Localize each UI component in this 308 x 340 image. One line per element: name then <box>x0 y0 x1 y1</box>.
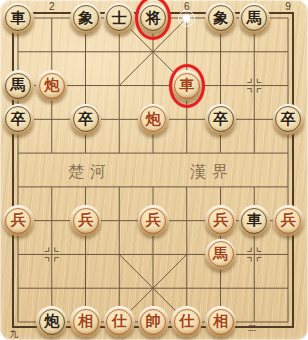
file-label-bottom: 九 <box>10 328 19 340</box>
piece-glyph: 兵 <box>273 205 304 236</box>
piece-glyph: 馬 <box>205 239 236 270</box>
xiangqi-board[interactable]: 楚河 漢界 269九二一 車象士将象馬馬炮車卒卒炮卒卒兵兵兵兵車兵馬炮相仕帥仕相 <box>0 0 308 340</box>
piece-black-soldier[interactable]: 卒 <box>273 104 304 135</box>
piece-glyph: 士 <box>104 3 135 34</box>
piece-black-general[interactable]: 将 <box>138 3 169 34</box>
piece-glyph: 炮 <box>36 306 67 337</box>
piece-glyph: 象 <box>70 3 101 34</box>
file-label-bottom: 二 <box>248 322 257 335</box>
piece-red-advisor[interactable]: 仕 <box>104 306 135 337</box>
piece-black-cannon[interactable]: 炮 <box>36 306 67 337</box>
piece-black-chariot[interactable]: 車 <box>239 205 270 236</box>
piece-red-soldier[interactable]: 兵 <box>273 205 304 236</box>
piece-black-advisor[interactable]: 士 <box>104 3 135 34</box>
piece-red-cannon[interactable]: 炮 <box>36 70 67 101</box>
piece-glyph: 帥 <box>138 306 169 337</box>
piece-black-elephant[interactable]: 象 <box>205 3 236 34</box>
piece-glyph: 兵 <box>205 205 236 236</box>
file-label-top: 9 <box>285 1 291 12</box>
piece-glyph: 兵 <box>3 205 34 236</box>
piece-glyph: 象 <box>205 3 236 34</box>
piece-red-advisor[interactable]: 仕 <box>171 306 202 337</box>
piece-glyph: 卒 <box>273 104 304 135</box>
piece-glyph: 仕 <box>104 306 135 337</box>
piece-glyph: 仕 <box>171 306 202 337</box>
piece-black-elephant[interactable]: 象 <box>70 3 101 34</box>
piece-black-horse[interactable]: 馬 <box>3 70 34 101</box>
piece-red-elephant[interactable]: 相 <box>70 306 101 337</box>
piece-red-horse[interactable]: 馬 <box>205 239 236 270</box>
file-label-bottom: 一 <box>283 322 292 335</box>
file-label-top: 2 <box>49 1 55 12</box>
piece-red-cannon[interactable]: 炮 <box>138 104 169 135</box>
board-grid <box>0 0 308 340</box>
piece-black-horse[interactable]: 馬 <box>239 3 270 34</box>
piece-red-soldier[interactable]: 兵 <box>205 205 236 236</box>
piece-red-chariot[interactable]: 車 <box>171 70 202 101</box>
move-origin-dot <box>183 15 190 22</box>
piece-black-soldier[interactable]: 卒 <box>205 104 236 135</box>
piece-glyph: 炮 <box>138 104 169 135</box>
piece-glyph: 車 <box>3 3 34 34</box>
piece-glyph: 馬 <box>3 70 34 101</box>
piece-red-elephant[interactable]: 相 <box>205 306 236 337</box>
piece-glyph: 将 <box>138 3 169 34</box>
river-label-left: 楚河 <box>68 162 112 182</box>
piece-glyph: 相 <box>70 306 101 337</box>
piece-glyph: 相 <box>205 306 236 337</box>
piece-black-soldier[interactable]: 卒 <box>70 104 101 135</box>
piece-glyph: 兵 <box>138 205 169 236</box>
piece-glyph: 卒 <box>3 104 34 135</box>
piece-red-general[interactable]: 帥 <box>138 306 169 337</box>
piece-glyph: 炮 <box>36 70 67 101</box>
piece-black-chariot[interactable]: 車 <box>3 3 34 34</box>
river-label-right: 漢界 <box>190 162 234 182</box>
piece-glyph: 車 <box>171 70 202 101</box>
piece-red-soldier[interactable]: 兵 <box>70 205 101 236</box>
piece-glyph: 卒 <box>70 104 101 135</box>
piece-glyph: 車 <box>239 205 270 236</box>
piece-glyph: 卒 <box>205 104 236 135</box>
piece-red-soldier[interactable]: 兵 <box>3 205 34 236</box>
piece-black-soldier[interactable]: 卒 <box>3 104 34 135</box>
piece-glyph: 馬 <box>239 3 270 34</box>
piece-glyph: 兵 <box>70 205 101 236</box>
piece-red-soldier[interactable]: 兵 <box>138 205 169 236</box>
